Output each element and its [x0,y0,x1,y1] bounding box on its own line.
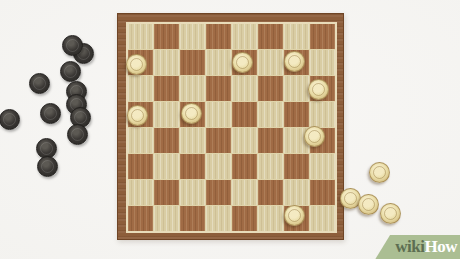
square-r5c4 [206,128,231,153]
square-r3c8 [310,76,335,101]
square-r6c7 [284,154,309,179]
square-r5c2 [154,128,179,153]
square-r8c1 [128,206,153,231]
wikihow-watermark: wikiHow [368,235,460,259]
board-inner-pinstripe [126,22,337,233]
black-checker-offboard-3[interactable] [60,61,81,82]
square-r1c8 [310,24,335,49]
square-r5c6 [258,128,283,153]
square-r6c8 [310,154,335,179]
black-checker-offboard-10[interactable] [67,124,88,145]
square-r1c4 [206,24,231,49]
square-r7c2 [154,180,179,205]
square-r4c4 [206,102,231,127]
square-r7c1 [128,180,153,205]
square-r5c3 [180,128,205,153]
square-r2c3 [180,50,205,75]
square-r6c2 [154,154,179,179]
scene: wikiHow [0,0,460,259]
square-r8c5 [232,206,257,231]
square-r7c3 [180,180,205,205]
square-r2c1 [128,50,153,75]
square-r4c2 [154,102,179,127]
square-r6c6 [258,154,283,179]
square-r1c2 [154,24,179,49]
square-r2c2 [154,50,179,75]
square-r6c4 [206,154,231,179]
black-checker-offboard-2[interactable] [62,35,83,56]
square-r6c3 [180,154,205,179]
square-r4c6 [258,102,283,127]
wikihow-how-text: How [425,235,458,259]
square-r3c3 [180,76,205,101]
square-r4c7 [284,102,309,127]
wikihow-wiki-text: wiki [395,235,424,259]
white-checker-offboard-3[interactable] [358,194,379,215]
square-r3c1 [128,76,153,101]
square-r1c1 [128,24,153,49]
square-r6c1 [128,154,153,179]
square-r1c3 [180,24,205,49]
square-r7c6 [258,180,283,205]
square-r2c6 [258,50,283,75]
square-r7c7 [284,180,309,205]
square-r3c7 [284,76,309,101]
white-checker-square-12[interactable] [308,79,329,100]
square-r8c4 [206,206,231,231]
white-checker-square-32[interactable] [284,205,305,226]
square-r6c5 [232,154,257,179]
square-r4c5 [232,102,257,127]
square-r7c4 [206,180,231,205]
square-r5c8 [310,128,335,153]
white-checker-square-8[interactable] [284,51,305,72]
square-r8c6 [258,206,283,231]
board-grid [128,24,335,231]
square-r8c2 [154,206,179,231]
black-checker-offboard-7[interactable] [40,103,61,124]
square-r8c3 [180,206,205,231]
square-r2c7 [284,50,309,75]
white-checker-square-14[interactable] [181,103,202,124]
black-checker-offboard-4[interactable] [29,73,50,94]
square-r1c5 [232,24,257,49]
square-r4c3 [180,102,205,127]
square-r8c7 [284,206,309,231]
square-r3c4 [206,76,231,101]
square-r3c5 [232,76,257,101]
square-r3c6 [258,76,283,101]
square-r7c8 [310,180,335,205]
white-checker-square-7[interactable] [232,52,253,73]
black-checker-offboard-9[interactable] [0,109,20,130]
square-r1c6 [258,24,283,49]
square-r5c1 [128,128,153,153]
square-r4c8 [310,102,335,127]
square-r8c8 [310,206,335,231]
black-checker-offboard-12[interactable] [37,156,58,177]
white-checker-offboard-4[interactable] [380,203,401,224]
square-r5c5 [232,128,257,153]
white-checker-square-13[interactable] [127,105,148,126]
square-r7c5 [232,180,257,205]
square-r2c5 [232,50,257,75]
white-checker-offboard-1[interactable] [369,162,390,183]
square-r3c2 [154,76,179,101]
white-checker-square-5[interactable] [126,54,147,75]
square-r2c8 [310,50,335,75]
checkers-board [117,13,344,240]
square-r2c4 [206,50,231,75]
white-checker-square-20[interactable] [304,126,325,147]
square-r1c7 [284,24,309,49]
square-r4c1 [128,102,153,127]
